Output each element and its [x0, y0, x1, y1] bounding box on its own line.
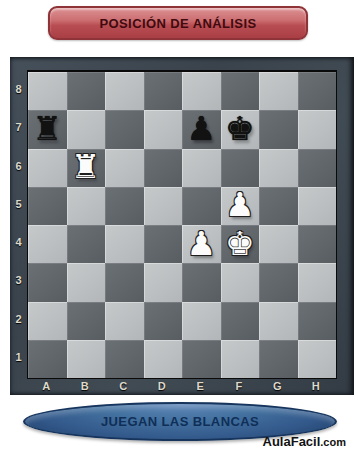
square-b5[interactable] [67, 187, 106, 225]
black-rook-a7: ♜ [32, 112, 62, 145]
square-h1[interactable] [298, 340, 337, 378]
square-c3[interactable] [105, 263, 144, 301]
square-h5[interactable] [298, 187, 337, 225]
square-e2[interactable] [182, 302, 221, 340]
square-c8[interactable] [105, 72, 144, 110]
square-a5[interactable] [28, 187, 67, 225]
square-h3[interactable] [298, 263, 337, 301]
rank-label-5: 5 [10, 185, 27, 223]
white-pawn-e4: ♟ [186, 227, 216, 260]
square-a8[interactable] [28, 72, 67, 110]
file-label-g: G [258, 376, 297, 395]
square-a6[interactable] [28, 149, 67, 187]
square-e6[interactable] [182, 149, 221, 187]
rank-label-6: 6 [10, 147, 27, 185]
file-label-c: C [104, 376, 143, 395]
rank-label-3: 3 [10, 261, 27, 299]
chess-board: ♜♟♚♜♟♟♚ [27, 70, 337, 379]
square-g2[interactable] [259, 302, 298, 340]
rank-labels: 87654321 [10, 70, 27, 376]
square-b1[interactable] [67, 340, 106, 378]
square-e3[interactable] [182, 263, 221, 301]
square-g5[interactable] [259, 187, 298, 225]
square-f6[interactable] [221, 149, 260, 187]
square-b6[interactable]: ♜ [67, 149, 106, 187]
white-pawn-f5: ♟ [225, 188, 255, 221]
square-h6[interactable] [298, 149, 337, 187]
square-f8[interactable] [221, 72, 260, 110]
square-b7[interactable] [67, 110, 106, 148]
file-label-d: D [143, 376, 182, 395]
square-b8[interactable] [67, 72, 106, 110]
square-c6[interactable] [105, 149, 144, 187]
square-f4[interactable]: ♚ [221, 225, 260, 263]
square-c2[interactable] [105, 302, 144, 340]
square-d3[interactable] [144, 263, 183, 301]
rank-label-7: 7 [10, 108, 27, 146]
square-b3[interactable] [67, 263, 106, 301]
square-c5[interactable] [105, 187, 144, 225]
square-h4[interactable] [298, 225, 337, 263]
rank-label-1: 1 [10, 338, 27, 376]
square-f2[interactable] [221, 302, 260, 340]
square-c7[interactable] [105, 110, 144, 148]
square-g7[interactable] [259, 110, 298, 148]
aulafacil-logo-suffix: .com [320, 436, 346, 448]
square-d4[interactable] [144, 225, 183, 263]
white-rook-b6: ♜ [71, 150, 101, 183]
square-b2[interactable] [67, 302, 106, 340]
square-h8[interactable] [298, 72, 337, 110]
square-e8[interactable] [182, 72, 221, 110]
file-label-h: H [297, 376, 336, 395]
square-d1[interactable] [144, 340, 183, 378]
square-f3[interactable] [221, 263, 260, 301]
square-a7[interactable]: ♜ [28, 110, 67, 148]
square-h7[interactable] [298, 110, 337, 148]
square-f5[interactable]: ♟ [221, 187, 260, 225]
square-d8[interactable] [144, 72, 183, 110]
square-d7[interactable] [144, 110, 183, 148]
square-d6[interactable] [144, 149, 183, 187]
square-g4[interactable] [259, 225, 298, 263]
rank-label-2: 2 [10, 300, 27, 338]
file-labels: ABCDEFGH [27, 376, 335, 395]
analysis-title-text: POSICIÓN DE ANÁLISIS [99, 16, 256, 31]
rank-label-8: 8 [10, 70, 27, 108]
white-king-f4: ♚ [225, 227, 255, 260]
square-e4[interactable]: ♟ [182, 225, 221, 263]
black-pawn-e7: ♟ [186, 112, 216, 145]
file-label-e: E [181, 376, 220, 395]
square-g1[interactable] [259, 340, 298, 378]
square-f7[interactable]: ♚ [221, 110, 260, 148]
file-label-a: A [27, 376, 66, 395]
square-a2[interactable] [28, 302, 67, 340]
square-f1[interactable] [221, 340, 260, 378]
square-a1[interactable] [28, 340, 67, 378]
black-king-f7: ♚ [225, 112, 255, 145]
analysis-title-banner: POSICIÓN DE ANÁLISIS [48, 6, 308, 40]
file-label-b: B [66, 376, 105, 395]
square-a3[interactable] [28, 263, 67, 301]
square-a4[interactable] [28, 225, 67, 263]
square-g6[interactable] [259, 149, 298, 187]
chess-board-frame: 87654321 ♜♟♚♜♟♟♚ ABCDEFGH [10, 57, 354, 395]
square-d2[interactable] [144, 302, 183, 340]
square-e7[interactable]: ♟ [182, 110, 221, 148]
square-e1[interactable] [182, 340, 221, 378]
file-label-f: F [220, 376, 259, 395]
square-h2[interactable] [298, 302, 337, 340]
square-g8[interactable] [259, 72, 298, 110]
rank-label-4: 4 [10, 223, 27, 261]
square-b4[interactable] [67, 225, 106, 263]
square-e5[interactable] [182, 187, 221, 225]
square-d5[interactable] [144, 187, 183, 225]
square-c1[interactable] [105, 340, 144, 378]
aulafacil-logo-name: AulaFacil [263, 434, 321, 449]
square-c4[interactable] [105, 225, 144, 263]
aulafacil-logo: AulaFacil.com [263, 434, 346, 449]
square-g3[interactable] [259, 263, 298, 301]
to-move-text: JUEGAN LAS BLANCAS [101, 414, 259, 429]
